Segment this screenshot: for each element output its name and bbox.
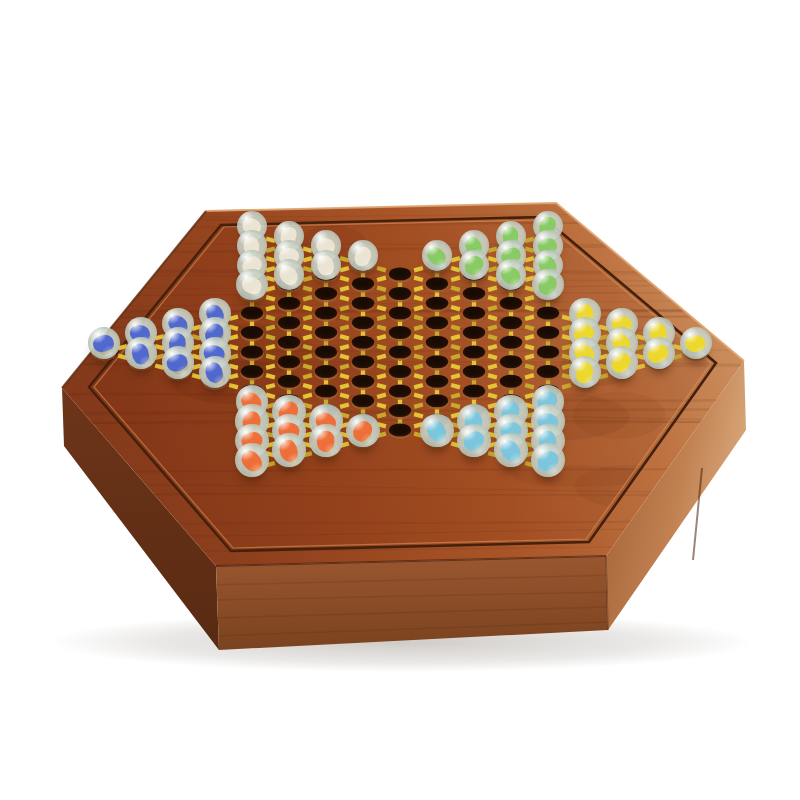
marble-white[interactable] (348, 240, 379, 271)
marble-green[interactable] (532, 269, 563, 300)
chinese-checkers-product-photo (0, 0, 800, 800)
marble-gloss (422, 240, 453, 271)
marble-cyan[interactable] (494, 433, 528, 467)
marble-gloss (272, 433, 306, 467)
marble-gloss (420, 414, 453, 447)
marble-green[interactable] (459, 250, 490, 281)
marble-gloss (199, 356, 231, 388)
marble-cyan[interactable] (531, 443, 565, 477)
marble-yellow[interactable] (569, 356, 601, 388)
marble-layer (0, 0, 800, 800)
marble-gloss (236, 269, 267, 300)
marble-gloss (606, 346, 638, 378)
marble-yellow[interactable] (643, 337, 675, 369)
marble-white[interactable] (274, 259, 305, 290)
marble-cyan[interactable] (420, 414, 453, 447)
marble-gloss (643, 337, 675, 369)
marble-blue[interactable] (162, 346, 194, 378)
marble-yellow[interactable] (606, 346, 638, 378)
marble-gloss (569, 356, 601, 388)
marble-gloss (680, 327, 712, 359)
marble-gloss (88, 327, 120, 359)
marble-cyan[interactable] (457, 424, 491, 458)
marble-green[interactable] (422, 240, 453, 271)
marble-gloss (274, 259, 305, 290)
marble-green[interactable] (496, 259, 527, 290)
marble-blue[interactable] (88, 327, 120, 359)
marble-orange[interactable] (346, 414, 379, 447)
marble-gloss (125, 337, 157, 369)
marble-gloss (496, 259, 527, 290)
marble-white[interactable] (236, 269, 267, 300)
marble-blue[interactable] (125, 337, 157, 369)
marble-gloss (457, 424, 491, 458)
marble-gloss (346, 414, 379, 447)
marble-white[interactable] (311, 250, 342, 281)
marble-gloss (459, 250, 490, 281)
marble-gloss (235, 443, 269, 477)
marble-gloss (309, 424, 343, 458)
marble-orange[interactable] (309, 424, 343, 458)
marble-gloss (348, 240, 379, 271)
marble-gloss (494, 433, 528, 467)
marble-gloss (532, 269, 563, 300)
marble-blue[interactable] (199, 356, 231, 388)
marble-orange[interactable] (272, 433, 306, 467)
marble-orange[interactable] (235, 443, 269, 477)
marble-yellow[interactable] (680, 327, 712, 359)
marble-gloss (311, 250, 342, 281)
marble-gloss (531, 443, 565, 477)
marble-gloss (162, 346, 194, 378)
